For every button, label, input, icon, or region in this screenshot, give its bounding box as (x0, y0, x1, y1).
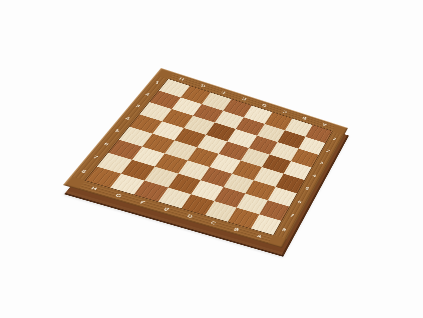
product-photo-canvas: HGFEDCBA HGFEDCBA 12345678 12345678 (0, 0, 423, 318)
chess-board: HGFEDCBA HGFEDCBA 12345678 12345678 (63, 68, 348, 248)
